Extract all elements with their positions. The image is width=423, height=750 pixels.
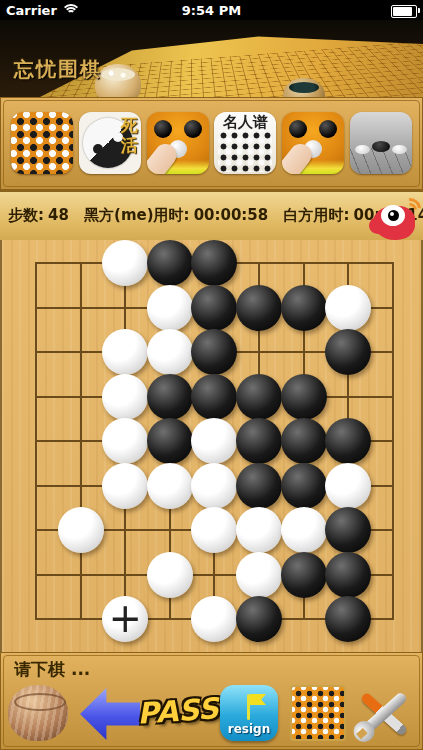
black-stone xyxy=(236,374,282,420)
white-stone xyxy=(147,329,193,375)
black-time-label: 黑方(me)用时: xyxy=(84,206,190,224)
moves-value: 48 xyxy=(48,206,69,224)
game-info-text: 步数:48 黑方(me)用时:00:00:58 白方用时:00:01:14 xyxy=(8,206,423,225)
moves-label: 步数: xyxy=(8,206,44,224)
flag-icon xyxy=(247,694,250,720)
black-stone xyxy=(325,329,371,375)
black-stone xyxy=(236,596,282,642)
stone-bowl-button[interactable] xyxy=(8,685,68,741)
app-banner: 忘忧围棋 xyxy=(0,20,423,97)
white-stone xyxy=(102,240,148,286)
clock-label: 9:54 PM xyxy=(0,3,423,18)
white-stone xyxy=(281,507,327,553)
black-stone xyxy=(281,463,327,509)
white-stone xyxy=(191,418,237,464)
famous-games-icon[interactable]: 名人谱 xyxy=(214,112,276,174)
black-stone xyxy=(281,285,327,331)
settings-tools-button[interactable] xyxy=(352,685,414,743)
white-stone xyxy=(147,552,193,598)
black-stone xyxy=(147,374,193,420)
stone-pattern-board-icon[interactable] xyxy=(11,112,73,174)
black-stone xyxy=(191,374,237,420)
pass-button[interactable]: PASS xyxy=(140,680,216,743)
black-stone xyxy=(325,596,371,642)
white-stone xyxy=(191,463,237,509)
status-bar: Carrier 9:54 PM xyxy=(0,0,423,20)
black-stone xyxy=(236,418,282,464)
black-stone xyxy=(147,240,193,286)
life-and-death-icon[interactable]: 死 活 xyxy=(79,112,141,174)
white-stone: + xyxy=(102,596,148,642)
white-stone xyxy=(236,507,282,553)
black-stone xyxy=(325,552,371,598)
white-stone xyxy=(102,374,148,420)
undo-arrow-button[interactable] xyxy=(80,688,140,740)
real-stones-photo-icon[interactable] xyxy=(350,112,412,174)
black-stone xyxy=(236,285,282,331)
black-stone xyxy=(325,507,371,553)
black-stone xyxy=(325,418,371,464)
black-stone xyxy=(281,374,327,420)
black-stone xyxy=(281,418,327,464)
white-stone xyxy=(147,463,193,509)
finger-play-icon[interactable] xyxy=(147,112,209,174)
black-stone xyxy=(236,463,282,509)
black-stone xyxy=(147,418,193,464)
white-stone xyxy=(102,463,148,509)
go-board[interactable]: + xyxy=(0,240,423,652)
black-stone xyxy=(191,240,237,286)
board-review-button[interactable] xyxy=(290,685,346,741)
white-stone xyxy=(325,463,371,509)
white-stone xyxy=(102,329,148,375)
resign-button[interactable]: resign xyxy=(220,685,278,741)
black-time-value: 00:00:58 xyxy=(194,206,269,224)
white-stone xyxy=(191,507,237,553)
weibo-icon[interactable] xyxy=(369,198,423,242)
bottom-toolbar: 请下棋 ... PASS resign xyxy=(0,652,423,750)
finger-play-icon-2[interactable] xyxy=(282,112,344,174)
battery-icon xyxy=(391,5,417,18)
game-info-strip: 步数:48 黑方(me)用时:00:00:58 白方用时:00:01:14 xyxy=(0,190,423,244)
app-title: 忘忧围棋 xyxy=(14,56,102,83)
white-stone xyxy=(147,285,193,331)
white-stone xyxy=(325,285,371,331)
black-stone xyxy=(191,285,237,331)
black-stone xyxy=(191,329,237,375)
white-stone xyxy=(191,596,237,642)
menu-band: 死 活 名人谱 xyxy=(0,97,423,190)
white-stone xyxy=(236,552,282,598)
app-window: Carrier 9:54 PM 忘忧围棋 死 活 名人谱 xyxy=(0,0,423,750)
white-stone xyxy=(58,507,104,553)
white-time-label: 白方用时: xyxy=(283,206,349,224)
turn-prompt: 请下棋 ... xyxy=(14,658,90,681)
black-stone xyxy=(281,552,327,598)
last-move-marker: + xyxy=(108,598,142,638)
white-stone xyxy=(102,418,148,464)
